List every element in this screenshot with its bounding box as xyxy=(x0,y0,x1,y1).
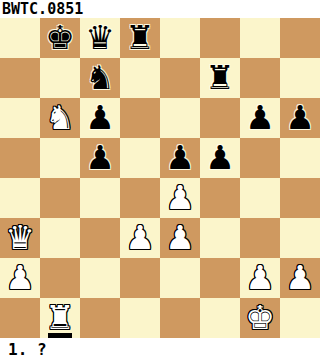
square-e1[interactable] xyxy=(160,298,200,338)
square-g8[interactable] xyxy=(240,18,280,58)
square-b1[interactable]: ♜ xyxy=(40,298,80,338)
piece-black-rook-d8[interactable]: ♜ xyxy=(125,21,155,54)
chess-board: ♚♛♜♞♜♞♟♟♟♟♟♟♟♛♟♟♟♟♟♜♚ xyxy=(0,18,320,338)
square-h3[interactable] xyxy=(280,218,320,258)
square-e3[interactable]: ♟ xyxy=(160,218,200,258)
piece-white-pawn-d3[interactable]: ♟ xyxy=(125,221,155,254)
square-d6[interactable] xyxy=(120,98,160,138)
square-d2[interactable] xyxy=(120,258,160,298)
square-g7[interactable] xyxy=(240,58,280,98)
square-cursor-marker xyxy=(48,333,72,338)
piece-black-pawn-c5[interactable]: ♟ xyxy=(85,141,115,174)
square-f4[interactable] xyxy=(200,178,240,218)
puzzle-title: BWTC.0851 xyxy=(2,0,83,18)
square-a3[interactable]: ♛ xyxy=(0,218,40,258)
square-e5[interactable]: ♟ xyxy=(160,138,200,178)
square-c5[interactable]: ♟ xyxy=(80,138,120,178)
square-f2[interactable] xyxy=(200,258,240,298)
square-h2[interactable]: ♟ xyxy=(280,258,320,298)
square-c7[interactable]: ♞ xyxy=(80,58,120,98)
square-d7[interactable] xyxy=(120,58,160,98)
square-b2[interactable] xyxy=(40,258,80,298)
square-h4[interactable] xyxy=(280,178,320,218)
square-a6[interactable] xyxy=(0,98,40,138)
piece-white-rook-b1[interactable]: ♜ xyxy=(45,301,75,334)
square-h6[interactable]: ♟ xyxy=(280,98,320,138)
piece-black-pawn-e5[interactable]: ♟ xyxy=(165,141,195,174)
square-f5[interactable]: ♟ xyxy=(200,138,240,178)
square-a4[interactable] xyxy=(0,178,40,218)
square-f1[interactable] xyxy=(200,298,240,338)
piece-black-pawn-g6[interactable]: ♟ xyxy=(245,101,275,134)
square-f3[interactable] xyxy=(200,218,240,258)
piece-black-knight-c7[interactable]: ♞ xyxy=(85,61,115,94)
square-a2[interactable]: ♟ xyxy=(0,258,40,298)
move-prompt: 1. ? xyxy=(8,340,47,359)
square-e7[interactable] xyxy=(160,58,200,98)
piece-white-king-g1[interactable]: ♚ xyxy=(245,301,275,334)
piece-black-pawn-f5[interactable]: ♟ xyxy=(205,141,235,174)
piece-white-knight-b6[interactable]: ♞ xyxy=(45,101,75,134)
square-e6[interactable] xyxy=(160,98,200,138)
square-g5[interactable] xyxy=(240,138,280,178)
square-d3[interactable]: ♟ xyxy=(120,218,160,258)
square-c8[interactable]: ♛ xyxy=(80,18,120,58)
square-g4[interactable] xyxy=(240,178,280,218)
square-b5[interactable] xyxy=(40,138,80,178)
square-h8[interactable] xyxy=(280,18,320,58)
square-a8[interactable] xyxy=(0,18,40,58)
square-a1[interactable] xyxy=(0,298,40,338)
square-e2[interactable] xyxy=(160,258,200,298)
piece-white-pawn-h2[interactable]: ♟ xyxy=(285,261,315,294)
square-b4[interactable] xyxy=(40,178,80,218)
piece-black-queen-c8[interactable]: ♛ xyxy=(85,21,115,54)
piece-white-pawn-e4[interactable]: ♟ xyxy=(165,181,195,214)
square-c2[interactable] xyxy=(80,258,120,298)
status-bar: 1. ? xyxy=(0,338,320,360)
piece-black-pawn-c6[interactable]: ♟ xyxy=(85,101,115,134)
square-a5[interactable] xyxy=(0,138,40,178)
square-b3[interactable] xyxy=(40,218,80,258)
square-c3[interactable] xyxy=(80,218,120,258)
square-e8[interactable] xyxy=(160,18,200,58)
square-g6[interactable]: ♟ xyxy=(240,98,280,138)
piece-white-queen-a3[interactable]: ♛ xyxy=(5,221,35,254)
square-h1[interactable] xyxy=(280,298,320,338)
piece-white-pawn-g2[interactable]: ♟ xyxy=(245,261,275,294)
square-b7[interactable] xyxy=(40,58,80,98)
square-c6[interactable]: ♟ xyxy=(80,98,120,138)
square-c4[interactable] xyxy=(80,178,120,218)
square-h7[interactable] xyxy=(280,58,320,98)
square-a7[interactable] xyxy=(0,58,40,98)
square-f7[interactable]: ♜ xyxy=(200,58,240,98)
square-g2[interactable]: ♟ xyxy=(240,258,280,298)
chess-program-window: BWTC.0851 ♚♛♜♞♜♞♟♟♟♟♟♟♟♛♟♟♟♟♟♜♚ 1. ? xyxy=(0,0,320,360)
piece-black-king-b8[interactable]: ♚ xyxy=(45,21,75,54)
title-bar: BWTC.0851 xyxy=(0,0,320,18)
piece-black-pawn-h6[interactable]: ♟ xyxy=(285,101,315,134)
square-g1[interactable]: ♚ xyxy=(240,298,280,338)
square-h5[interactable] xyxy=(280,138,320,178)
square-d8[interactable]: ♜ xyxy=(120,18,160,58)
square-d1[interactable] xyxy=(120,298,160,338)
piece-white-pawn-a2[interactable]: ♟ xyxy=(5,261,35,294)
piece-black-rook-f7[interactable]: ♜ xyxy=(205,61,235,94)
square-b8[interactable]: ♚ xyxy=(40,18,80,58)
square-d5[interactable] xyxy=(120,138,160,178)
square-f6[interactable] xyxy=(200,98,240,138)
square-c1[interactable] xyxy=(80,298,120,338)
square-e4[interactable]: ♟ xyxy=(160,178,200,218)
piece-white-pawn-e3[interactable]: ♟ xyxy=(165,221,195,254)
square-b6[interactable]: ♞ xyxy=(40,98,80,138)
square-f8[interactable] xyxy=(200,18,240,58)
square-g3[interactable] xyxy=(240,218,280,258)
square-d4[interactable] xyxy=(120,178,160,218)
